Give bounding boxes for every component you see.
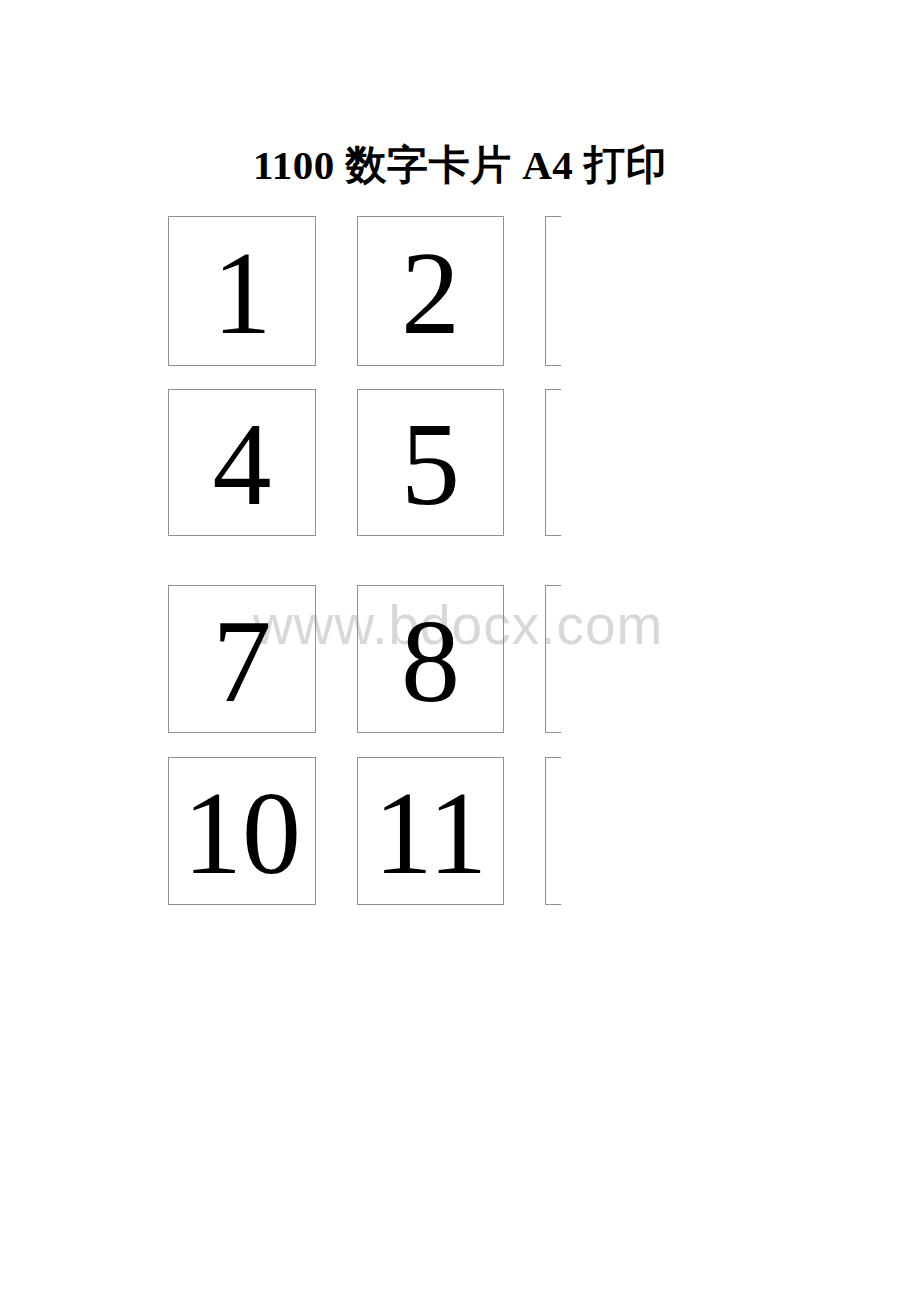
- number-card-1: 1: [168, 216, 316, 366]
- number-card-clipped: [545, 389, 561, 536]
- number-card-clipped: [545, 585, 561, 733]
- number-card-11: 11: [357, 757, 504, 905]
- number-card-4: 4: [168, 389, 316, 536]
- card-number: 8: [401, 598, 460, 721]
- number-card-8: 8: [357, 585, 504, 733]
- number-card-10: 10: [168, 757, 316, 905]
- card-number: 10: [183, 770, 301, 893]
- card-number: 1: [213, 230, 272, 353]
- number-card-5: 5: [357, 389, 504, 536]
- number-card-clipped: [545, 757, 561, 905]
- card-number: 2: [401, 230, 460, 353]
- page-title: 1100 数字卡片 A4 打印: [0, 143, 920, 188]
- card-number: 11: [374, 770, 488, 893]
- number-card-clipped: [545, 216, 561, 366]
- card-number: 4: [213, 401, 272, 524]
- number-card-2: 2: [357, 216, 504, 366]
- card-number: 7: [213, 598, 272, 721]
- document-page: 1100 数字卡片 A4 打印 www.bdocx.com 1 2 4 5 7 …: [0, 0, 920, 1302]
- number-card-7: 7: [168, 585, 316, 733]
- card-number: 5: [401, 401, 460, 524]
